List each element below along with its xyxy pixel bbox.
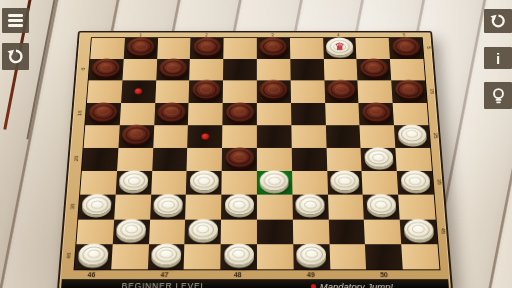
square-18[interactable] <box>223 103 257 125</box>
square-6[interactable] <box>89 59 124 81</box>
square-46[interactable] <box>75 244 113 269</box>
board-number-label: 46 <box>65 252 71 258</box>
light-square <box>149 219 186 244</box>
board-number-label: 5 <box>426 46 432 49</box>
light-square <box>111 244 149 269</box>
white-man[interactable] <box>116 219 146 240</box>
square-43[interactable] <box>257 219 293 244</box>
board-number-label: 26 <box>73 156 79 162</box>
checkers-board: 12345 616263646 515253545 4647484950 ♛ B… <box>57 31 453 288</box>
light-square <box>396 148 432 171</box>
square-25[interactable] <box>394 125 430 148</box>
black-man[interactable] <box>89 102 118 121</box>
light-square <box>401 244 439 269</box>
black-man[interactable] <box>226 102 254 121</box>
light-square <box>184 244 221 269</box>
black-man[interactable] <box>159 59 187 77</box>
undo-rotate-icon <box>6 47 25 66</box>
capture-target-dot[interactable] <box>135 89 143 95</box>
square-28[interactable] <box>222 148 257 171</box>
square-3[interactable] <box>257 38 290 59</box>
white-man[interactable] <box>82 195 112 215</box>
board-number-label: 46 <box>87 270 95 277</box>
white-man[interactable] <box>403 219 434 240</box>
white-man[interactable] <box>78 244 109 265</box>
message-wrap: Mandatory Jump! <box>270 281 433 288</box>
board-number-label: 16 <box>76 110 82 116</box>
square-29[interactable] <box>292 148 327 171</box>
black-man[interactable] <box>127 38 155 56</box>
light-square <box>398 195 435 219</box>
square-27[interactable] <box>152 148 188 171</box>
light-square <box>187 148 222 171</box>
light-square <box>356 38 390 59</box>
light-square <box>323 59 357 81</box>
square-20[interactable] <box>359 103 394 125</box>
square-8[interactable] <box>223 59 257 81</box>
black-man[interactable] <box>260 38 287 56</box>
light-square <box>326 148 362 171</box>
white-man[interactable] <box>151 244 181 265</box>
board-number-label: 47 <box>161 270 169 277</box>
menu-icon <box>8 14 23 17</box>
board-number-label: 48 <box>234 270 242 277</box>
menu-button[interactable] <box>2 8 29 33</box>
black-man[interactable] <box>193 38 220 56</box>
light-square <box>76 219 114 244</box>
board-number-label: 45 <box>440 227 446 233</box>
light-square <box>393 103 429 125</box>
white-man[interactable] <box>190 171 219 191</box>
square-12[interactable] <box>189 81 223 103</box>
square-38[interactable] <box>221 195 257 219</box>
light-square <box>117 148 153 171</box>
light-square <box>223 38 256 59</box>
light-square <box>257 195 293 219</box>
light-square <box>153 125 188 148</box>
white-man[interactable] <box>260 171 289 191</box>
board-number-label: 15 <box>429 88 435 94</box>
light-square <box>122 59 157 81</box>
square-31[interactable] <box>115 171 151 195</box>
light-square <box>188 103 223 125</box>
app-screen: 12345 616263646 515253545 4647484950 ♛ B… <box>0 0 512 288</box>
black-man[interactable] <box>192 80 220 98</box>
white-man[interactable] <box>330 171 359 191</box>
white-man[interactable] <box>296 195 325 215</box>
message-label: Mandatory Jump! <box>320 281 394 288</box>
white-man[interactable] <box>400 171 430 191</box>
square-7[interactable] <box>156 59 190 81</box>
board-number-label: 2 <box>205 33 207 37</box>
square-35[interactable] <box>397 171 434 195</box>
board-number-label: 1 <box>139 33 141 37</box>
square-33[interactable] <box>257 171 292 195</box>
square-49[interactable] <box>293 244 330 269</box>
board-number-label: 25 <box>432 133 438 139</box>
light-square <box>223 81 257 103</box>
light-square <box>362 171 398 195</box>
square-1[interactable] <box>124 38 158 59</box>
rotate-button[interactable] <box>484 9 512 33</box>
black-man[interactable] <box>225 148 254 168</box>
square-34[interactable] <box>327 171 363 195</box>
light-square <box>257 148 292 171</box>
light-square <box>364 219 401 244</box>
white-man[interactable] <box>364 148 393 168</box>
white-man[interactable] <box>153 195 183 215</box>
board-number-label: 5 <box>403 33 406 37</box>
light-square <box>329 244 366 269</box>
light-square <box>325 103 360 125</box>
square-11[interactable] <box>121 81 156 103</box>
light-square <box>114 195 151 219</box>
info-icon: i <box>496 51 500 66</box>
white-man[interactable] <box>296 244 326 265</box>
light-square <box>90 38 125 59</box>
light-square <box>155 81 190 103</box>
square-21[interactable] <box>118 125 154 148</box>
square-45[interactable] <box>400 219 438 244</box>
level-label: BEGINNER LEVEL <box>84 281 243 288</box>
light-square <box>120 103 155 125</box>
capture-target-dot[interactable] <box>201 133 209 139</box>
square-37[interactable] <box>150 195 186 219</box>
square-26[interactable] <box>82 148 118 171</box>
board-number-label: 50 <box>380 270 388 277</box>
square-44[interactable] <box>328 219 365 244</box>
square-2[interactable] <box>190 38 224 59</box>
undo-button[interactable] <box>2 43 29 70</box>
square-23[interactable] <box>257 125 292 148</box>
square-32[interactable] <box>186 171 222 195</box>
board-number-label: 35 <box>436 179 442 185</box>
status-bar: BEGINNER LEVEL Mandatory Jump! <box>61 279 449 288</box>
square-22[interactable] <box>188 125 223 148</box>
white-man[interactable] <box>119 171 149 191</box>
square-5[interactable] <box>389 38 424 59</box>
square-30[interactable] <box>361 148 397 171</box>
square-42[interactable] <box>185 219 221 244</box>
light-square <box>80 171 117 195</box>
square-4[interactable]: ♛ <box>323 38 357 59</box>
white-man[interactable] <box>366 195 396 215</box>
rotate-ccw-icon <box>489 12 507 30</box>
light-square <box>291 125 326 148</box>
black-man[interactable] <box>157 102 186 121</box>
square-48[interactable] <box>220 244 256 269</box>
black-man[interactable] <box>392 38 420 56</box>
hint-button[interactable] <box>484 82 512 109</box>
light-square <box>190 59 224 81</box>
white-king[interactable]: ♛ <box>326 38 354 56</box>
light-square <box>257 244 294 269</box>
light-square <box>185 195 221 219</box>
square-36[interactable] <box>78 195 115 219</box>
square-19[interactable] <box>291 103 326 125</box>
black-man[interactable] <box>362 102 391 121</box>
board-number-label: 6 <box>80 68 86 71</box>
white-man[interactable] <box>188 219 218 240</box>
board-grid: ♛ <box>73 37 440 270</box>
light-square <box>87 81 122 103</box>
square-17[interactable] <box>154 103 189 125</box>
square-47[interactable] <box>148 244 185 269</box>
light-square <box>222 171 257 195</box>
light-square <box>358 81 393 103</box>
square-41[interactable] <box>113 219 150 244</box>
square-10[interactable] <box>357 59 392 81</box>
board-number-label: 36 <box>69 203 75 209</box>
black-man[interactable] <box>327 80 355 98</box>
light-square <box>292 171 328 195</box>
black-man[interactable] <box>360 59 388 77</box>
light-square <box>360 125 396 148</box>
white-man[interactable] <box>224 244 254 265</box>
square-50[interactable] <box>365 244 403 269</box>
light-square <box>151 171 187 195</box>
light-square <box>290 81 324 103</box>
square-15[interactable] <box>391 81 426 103</box>
black-man[interactable] <box>92 59 120 77</box>
light-square <box>390 59 425 81</box>
light-square <box>293 219 329 244</box>
light-square <box>328 195 364 219</box>
light-square <box>157 38 191 59</box>
light-square <box>222 125 257 148</box>
white-man[interactable] <box>225 195 254 215</box>
light-square <box>84 125 120 148</box>
black-man[interactable] <box>122 125 151 144</box>
square-9[interactable] <box>290 59 324 81</box>
square-14[interactable] <box>324 81 359 103</box>
light-square <box>290 38 324 59</box>
square-40[interactable] <box>363 195 400 219</box>
white-man[interactable] <box>397 125 426 144</box>
board-number-label: 3 <box>271 33 273 37</box>
square-24[interactable] <box>325 125 360 148</box>
hint-bulb-icon <box>489 86 508 106</box>
black-man[interactable] <box>260 80 288 98</box>
black-man[interactable] <box>394 80 423 98</box>
info-button[interactable]: i <box>484 47 512 69</box>
light-square <box>221 219 257 244</box>
light-square <box>257 103 291 125</box>
board-number-label: 49 <box>307 270 315 277</box>
square-16[interactable] <box>85 103 121 125</box>
light-square <box>257 59 291 81</box>
square-13[interactable] <box>257 81 291 103</box>
square-39[interactable] <box>292 195 328 219</box>
alert-dot <box>311 284 316 288</box>
king-crown-icon: ♛ <box>326 37 354 55</box>
